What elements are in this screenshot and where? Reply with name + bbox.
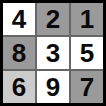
cell-digit-r0c0: 4 (12, 6, 26, 32)
cell-r0c0[interactable]: 4 (3, 3, 35, 35)
cell-digit-r1c0: 8 (12, 40, 26, 66)
cell-r1c2[interactable]: 5 (71, 37, 103, 69)
cell-digit-r1c2: 5 (80, 40, 94, 66)
cell-r0c1[interactable]: 2 (37, 3, 69, 35)
cell-digit-r2c2: 7 (80, 74, 94, 100)
cell-r0c2[interactable]: 1 (71, 3, 103, 35)
cell-digit-r2c0: 6 (12, 74, 26, 100)
cell-r1c1[interactable]: 3 (37, 37, 69, 69)
cell-r2c1[interactable]: 9 (37, 71, 69, 103)
cell-digit-r2c1: 9 (46, 74, 60, 100)
cell-r2c2[interactable]: 7 (71, 71, 103, 103)
cell-digit-r0c2: 1 (80, 6, 94, 32)
puzzle-board: 4 2 1 8 3 5 6 9 7 (0, 0, 106, 106)
cell-digit-r0c1: 2 (46, 6, 60, 32)
cell-r1c0[interactable]: 8 (3, 37, 35, 69)
cell-r2c0[interactable]: 6 (3, 71, 35, 103)
cell-digit-r1c1: 3 (46, 40, 60, 66)
